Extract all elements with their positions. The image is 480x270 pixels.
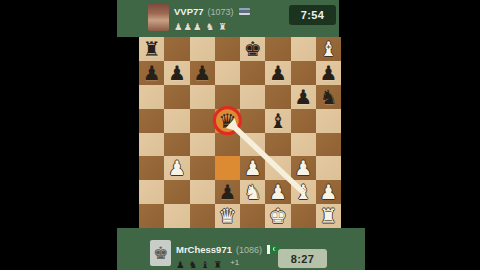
captured-piece-icon: ♝ [201, 260, 210, 270]
captured-piece-icon: ♟ [174, 22, 183, 32]
piece-black-pawn-f7: ♟ [265, 61, 290, 85]
square-b7[interactable]: ♟ [164, 61, 189, 85]
square-b4[interactable] [164, 133, 189, 157]
square-a1[interactable] [139, 204, 164, 228]
square-f8[interactable] [265, 37, 290, 61]
piece-white-pawn-e3: ♟ [240, 156, 265, 180]
square-a5[interactable] [139, 109, 164, 133]
square-a2[interactable] [139, 180, 164, 204]
piece-black-knight-h6: ♞ [316, 85, 341, 109]
square-h5[interactable] [316, 109, 341, 133]
square-g5[interactable] [291, 109, 316, 133]
piece-black-queen-d5: ♛ [215, 109, 240, 133]
piece-white-queen-d1: ♛ [215, 204, 240, 228]
bottom-player-rating: (1086) [236, 245, 262, 255]
square-a6[interactable] [139, 85, 164, 109]
square-f7[interactable]: ♟ [265, 61, 290, 85]
square-e3[interactable]: ♟ [240, 156, 265, 180]
square-h6[interactable]: ♞ [316, 85, 341, 109]
piece-white-bishop-h8: ♝ [316, 37, 341, 61]
king-avatar-icon: ♚ [153, 245, 168, 262]
captured-piece-icon: ♞ [189, 260, 198, 270]
square-d5[interactable]: ♛ [215, 109, 240, 133]
piece-white-pawn-g3: ♟ [291, 156, 316, 180]
piece-black-pawn-b7: ♟ [164, 61, 189, 85]
piece-white-bishop-g2: ♝ [291, 180, 316, 204]
square-e1[interactable] [240, 204, 265, 228]
captured-piece-icon: ♞ [206, 22, 215, 32]
bottom-player-name-row[interactable]: MrChess971 (1086) [176, 244, 280, 255]
square-d3[interactable] [215, 156, 240, 180]
square-b8[interactable] [164, 37, 189, 61]
bottom-player-bar: ♚ MrChess971 (1086) ♟♞♝♜+1 8:27 [117, 228, 365, 270]
bottom-player-name: MrChess971 [176, 244, 232, 255]
square-h8[interactable]: ♝ [316, 37, 341, 61]
top-player-clock: 7:54 [289, 5, 336, 25]
square-h1[interactable]: ♜ [316, 204, 341, 228]
square-e5[interactable] [240, 109, 265, 133]
square-c1[interactable] [190, 204, 215, 228]
square-c5[interactable] [190, 109, 215, 133]
top-player-name: VVP77 [174, 6, 204, 17]
square-d4[interactable] [215, 133, 240, 157]
bottom-player-avatar[interactable]: ♚ [150, 240, 171, 266]
piece-black-pawn-h7: ♟ [316, 61, 341, 85]
square-e4[interactable] [240, 133, 265, 157]
piece-black-pawn-c7: ♟ [190, 61, 215, 85]
square-f5[interactable]: ♝ [265, 109, 290, 133]
captured-piece-icon: ♟ [193, 22, 202, 32]
captured-piece-icon: ♟ [184, 22, 193, 32]
piece-white-king-f1: ♚ [265, 204, 290, 228]
square-h4[interactable] [316, 133, 341, 157]
square-f6[interactable] [265, 85, 290, 109]
square-e6[interactable] [240, 85, 265, 109]
square-a8[interactable]: ♜ [139, 37, 164, 61]
square-c8[interactable] [190, 37, 215, 61]
square-e2[interactable]: ♞ [240, 180, 265, 204]
material-advantage: +1 [230, 259, 239, 267]
square-g8[interactable] [291, 37, 316, 61]
piece-black-bishop-f5: ♝ [265, 109, 290, 133]
square-b1[interactable] [164, 204, 189, 228]
square-d7[interactable] [215, 61, 240, 85]
bottom-captured-pieces: ♟♞♝♜+1 [176, 257, 239, 269]
top-player-flag-icon [239, 8, 250, 15]
square-f1[interactable]: ♚ [265, 204, 290, 228]
top-player-name-row[interactable]: VVP77 (1073) [174, 6, 250, 17]
square-g7[interactable] [291, 61, 316, 85]
square-d1[interactable]: ♛ [215, 204, 240, 228]
square-g6[interactable]: ♟ [291, 85, 316, 109]
piece-black-king-e8: ♚ [240, 37, 265, 61]
square-g3[interactable]: ♟ [291, 156, 316, 180]
square-h2[interactable]: ♟ [316, 180, 341, 204]
square-f3[interactable] [265, 156, 290, 180]
square-d2[interactable]: ♟ [215, 180, 240, 204]
square-b2[interactable] [164, 180, 189, 204]
square-e7[interactable] [240, 61, 265, 85]
top-player-rating: (1073) [208, 7, 234, 17]
bottom-player-clock: 8:27 [278, 249, 327, 268]
piece-white-pawn-b3: ♟ [164, 156, 189, 180]
square-g2[interactable]: ♝ [291, 180, 316, 204]
piece-black-pawn-g6: ♟ [291, 85, 316, 109]
square-b3[interactable]: ♟ [164, 156, 189, 180]
square-b6[interactable] [164, 85, 189, 109]
square-g4[interactable] [291, 133, 316, 157]
piece-white-rook-h1: ♜ [316, 204, 341, 228]
square-c7[interactable]: ♟ [190, 61, 215, 85]
video-frame: VVP77 (1073) ♟♟♟♞♜ 7:54 ♜♚♝♟♟♟♟♟♟♞♛♝♟♟♟♟… [0, 0, 480, 270]
square-e8[interactable]: ♚ [240, 37, 265, 61]
square-c3[interactable] [190, 156, 215, 180]
top-player-bar: VVP77 (1073) ♟♟♟♞♜ 7:54 [117, 0, 339, 37]
square-d8[interactable] [215, 37, 240, 61]
square-c4[interactable] [190, 133, 215, 157]
square-f4[interactable] [265, 133, 290, 157]
chess-board: ♜♚♝♟♟♟♟♟♟♞♛♝♟♟♟♟♞♟♝♟♛♚♜ [139, 37, 341, 228]
square-c2[interactable] [190, 180, 215, 204]
piece-white-pawn-f2: ♟ [265, 180, 290, 204]
square-h3[interactable] [316, 156, 341, 180]
square-a4[interactable] [139, 133, 164, 157]
piece-black-rook-a8: ♜ [139, 37, 164, 61]
captured-piece-icon: ♜ [218, 22, 227, 32]
square-a7[interactable]: ♟ [139, 61, 164, 85]
piece-black-pawn-a7: ♟ [139, 61, 164, 85]
piece-white-pawn-h2: ♟ [316, 180, 341, 204]
square-h7[interactable]: ♟ [316, 61, 341, 85]
square-c6[interactable] [190, 85, 215, 109]
captured-piece-icon: ♜ [214, 260, 223, 270]
square-d6[interactable] [215, 85, 240, 109]
square-a3[interactable] [139, 156, 164, 180]
top-player-avatar[interactable] [148, 4, 169, 31]
piece-black-pawn-d2: ♟ [215, 180, 240, 204]
square-b5[interactable] [164, 109, 189, 133]
square-g1[interactable] [291, 204, 316, 228]
captured-piece-icon: ♟ [176, 260, 185, 270]
square-f2[interactable]: ♟ [265, 180, 290, 204]
piece-white-knight-e2: ♞ [240, 180, 265, 204]
top-captured-pieces: ♟♟♟♞♜ [174, 19, 228, 31]
